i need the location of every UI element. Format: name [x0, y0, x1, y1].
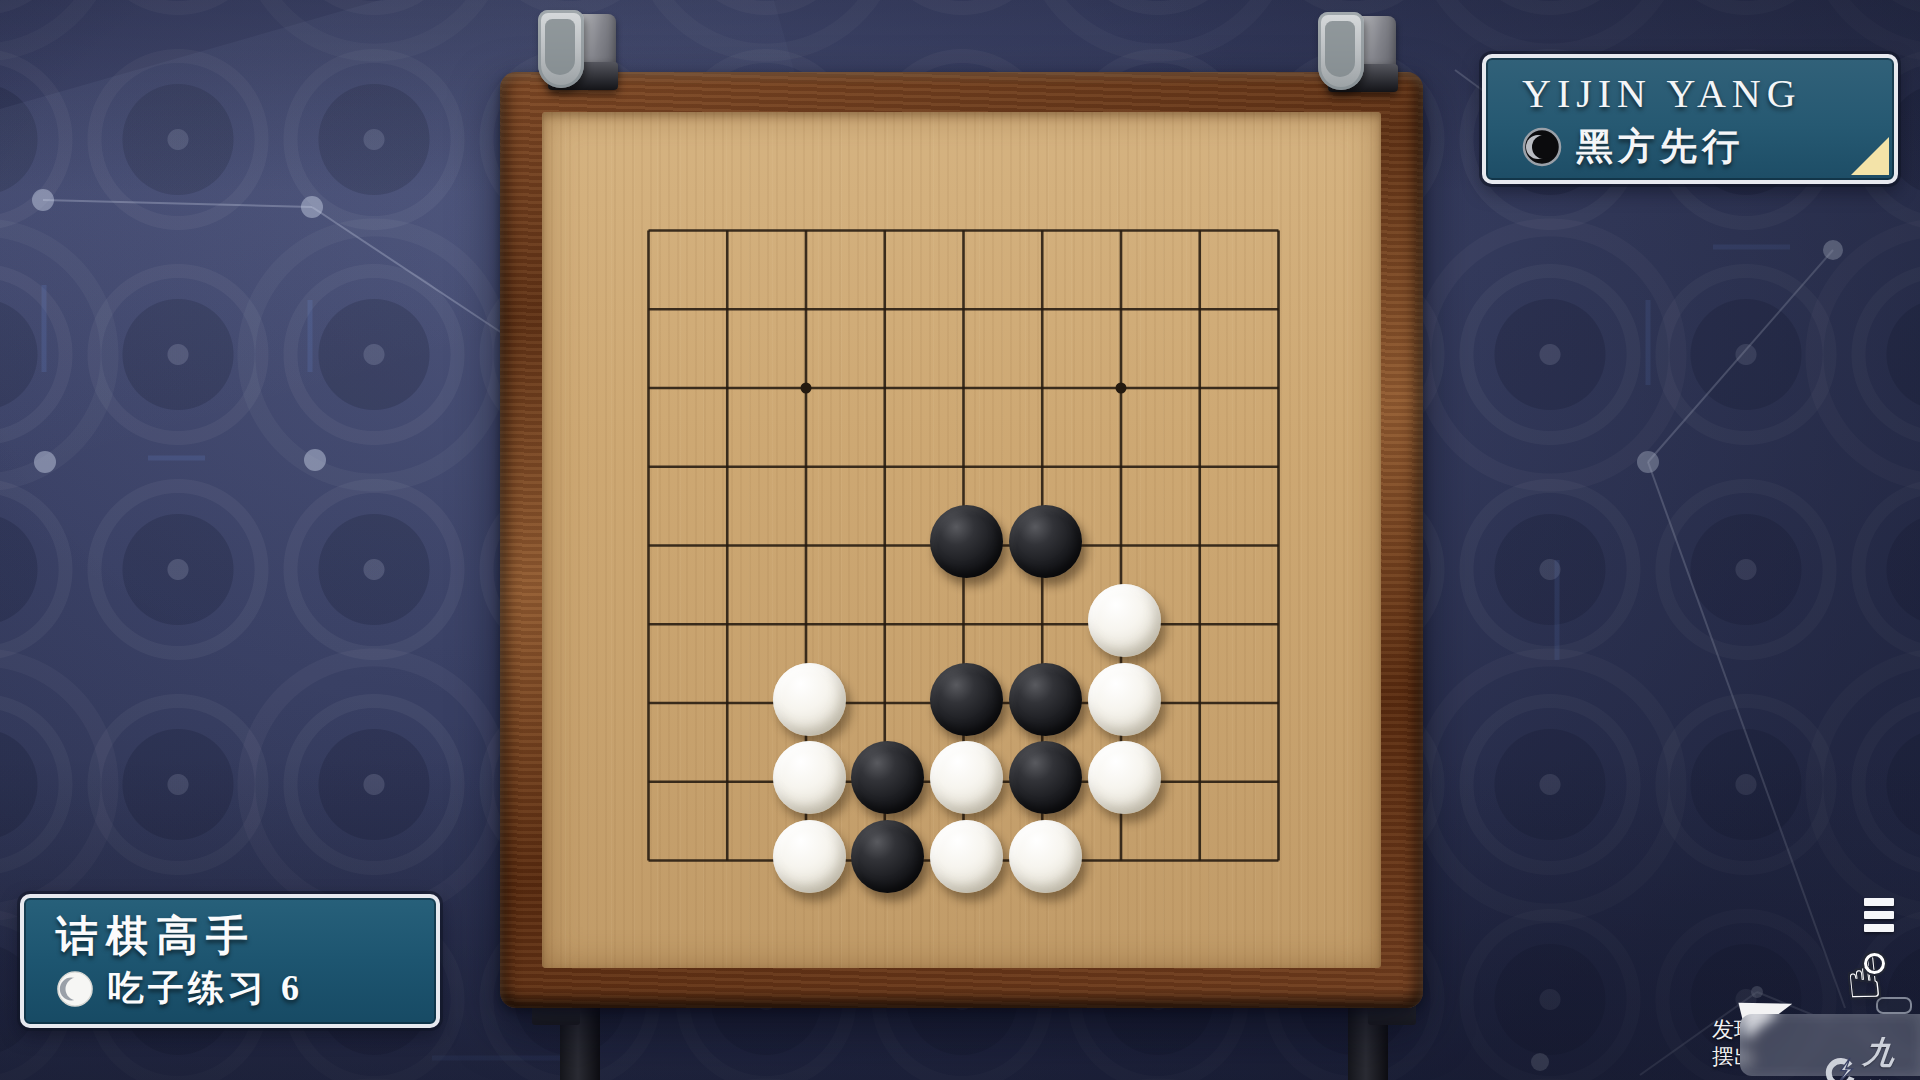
- black-stone-F5[interactable]: [1009, 505, 1082, 578]
- player-panel: YIJIN YANG 黑方先行: [1482, 54, 1898, 184]
- black-stone-E5[interactable]: [930, 505, 1003, 578]
- black-stone-D2[interactable]: [851, 741, 924, 814]
- jiuyou-logo-text: 九游: [1857, 1032, 1920, 1080]
- go-app-screen: YIJIN YANG 黑方先行 诘棋高手 吃子练习 6 发现 摆出: [0, 0, 1920, 1080]
- black-stone-F2[interactable]: [1009, 741, 1082, 814]
- level-subtitle: 吃子练习 6: [108, 964, 303, 1013]
- white-stone-G4[interactable]: [1088, 584, 1161, 657]
- turn-indicator-label: 黑方先行: [1576, 122, 1744, 172]
- go-board-frame: [500, 72, 1423, 1008]
- go-board[interactable]: [647, 229, 1280, 862]
- cursor-tap-ring: [1864, 953, 1885, 974]
- hamburger-menu-icon[interactable]: [1862, 896, 1896, 934]
- stones-layer: [647, 229, 1280, 862]
- go-board-surface[interactable]: [542, 112, 1381, 968]
- panel-corner-triangle: [1851, 137, 1889, 175]
- white-stone-C1[interactable]: [773, 820, 846, 893]
- level-panel: 诘棋高手 吃子练习 6: [20, 894, 440, 1028]
- level-title: 诘棋高手: [56, 908, 256, 964]
- jiuyou-logo: 九游: [1822, 1032, 1920, 1080]
- jiuyou-logo-icon: [1822, 1054, 1856, 1080]
- clamp-tongue: [538, 10, 584, 88]
- white-stone-E1[interactable]: [930, 820, 1003, 893]
- white-stone-C2[interactable]: [773, 741, 846, 814]
- player-name: YIJIN YANG: [1522, 70, 1802, 117]
- black-stone-icon: [1522, 127, 1562, 167]
- white-stone-C3[interactable]: [773, 663, 846, 736]
- black-stone-E3[interactable]: [930, 663, 1003, 736]
- black-stone-F3[interactable]: [1009, 663, 1082, 736]
- white-stone-G2[interactable]: [1088, 741, 1161, 814]
- white-stone-F1[interactable]: [1009, 820, 1082, 893]
- white-stone-icon: [56, 970, 94, 1008]
- white-stone-G3[interactable]: [1088, 663, 1161, 736]
- black-stone-D1[interactable]: [851, 820, 924, 893]
- clamp-tongue: [1318, 12, 1364, 90]
- white-stone-E2[interactable]: [930, 741, 1003, 814]
